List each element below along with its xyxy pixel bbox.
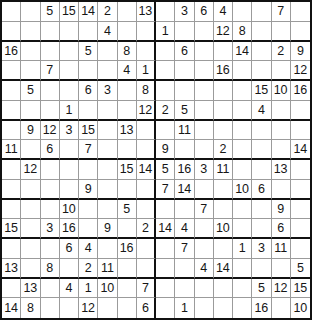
cell-r7c15-empty[interactable] [272, 121, 291, 141]
cell-r2c11-empty[interactable] [195, 22, 214, 42]
cell-r5c3-empty[interactable] [41, 81, 60, 101]
cell-r15c3-empty[interactable] [41, 279, 60, 299]
cell-r3c7-given: 8 [118, 42, 137, 62]
cell-r15c10-empty[interactable] [175, 279, 194, 299]
cell-r9c6-empty[interactable] [98, 160, 117, 180]
cell-r3c12-empty[interactable] [214, 42, 233, 62]
cell-r1c5-given: 14 [79, 2, 98, 22]
cell-r10c5-given: 9 [79, 180, 98, 200]
cell-r13c9-empty[interactable] [156, 239, 175, 259]
cell-r15c16-given: 15 [291, 279, 310, 299]
cell-r13c13-given: 1 [233, 239, 252, 259]
cell-r10c16-empty[interactable] [291, 180, 310, 200]
cell-r11c12-empty[interactable] [214, 200, 233, 220]
cell-r7c3-given: 12 [41, 121, 60, 141]
cell-r3c14-empty[interactable] [252, 42, 271, 62]
cell-r3c8-empty[interactable] [137, 42, 156, 62]
cell-r14c7-empty[interactable] [118, 259, 137, 279]
cell-r8c1-given: 11 [2, 140, 21, 160]
cell-r1c13-empty[interactable] [233, 2, 252, 22]
cell-r6c16-empty[interactable] [291, 101, 310, 121]
cell-r8c12-given: 2 [214, 140, 233, 160]
cell-r5c7-empty[interactable] [118, 81, 137, 101]
cell-r12c13-empty[interactable] [233, 219, 252, 239]
cell-r6c14-given: 4 [252, 101, 271, 121]
cell-r5c2-given: 5 [21, 81, 40, 101]
cell-r2c14-empty[interactable] [252, 22, 271, 42]
cell-r16c7-empty[interactable] [118, 298, 137, 318]
cell-r5c9-empty[interactable] [156, 81, 175, 101]
cell-r15c2-given: 13 [21, 279, 40, 299]
cell-r3c15-given: 2 [272, 42, 291, 62]
cell-r3c1-given: 16 [2, 42, 21, 62]
cell-r5c5-given: 6 [79, 81, 98, 101]
cell-r2c7-empty[interactable] [118, 22, 137, 42]
cell-r7c2-given: 9 [21, 121, 40, 141]
cell-r10c8-empty[interactable] [137, 180, 156, 200]
cell-r12c4-given: 16 [60, 219, 79, 239]
cell-r15c6-given: 10 [98, 279, 117, 299]
cell-r12c14-empty[interactable] [252, 219, 271, 239]
cell-r16c6-empty[interactable] [98, 298, 117, 318]
cell-r4c8-given: 1 [137, 61, 156, 81]
cell-r16c10-given: 1 [175, 298, 194, 318]
cell-r16c4-empty[interactable] [60, 298, 79, 318]
cell-r3c9-empty[interactable] [156, 42, 175, 62]
cell-r2c16-empty[interactable] [291, 22, 310, 42]
cell-r16c3-empty[interactable] [41, 298, 60, 318]
cell-r14c1-given: 13 [2, 259, 21, 279]
cell-r8c16-given: 14 [291, 140, 310, 160]
cell-r5c4-empty[interactable] [60, 81, 79, 101]
cell-r7c14-empty[interactable] [252, 121, 271, 141]
cell-r13c15-given: 11 [272, 239, 291, 259]
cell-r3c5-given: 5 [79, 42, 98, 62]
cell-r14c11-given: 4 [195, 259, 214, 279]
cell-r8c14-empty[interactable] [252, 140, 271, 160]
cell-r11c2-empty[interactable] [21, 200, 40, 220]
cell-r14c14-empty[interactable] [252, 259, 271, 279]
cell-r14c2-empty[interactable] [21, 259, 40, 279]
cell-r1c15-given: 7 [272, 2, 291, 22]
cell-r10c12-empty[interactable] [214, 180, 233, 200]
cell-r16c13-empty[interactable] [233, 298, 252, 318]
cell-r12c11-empty[interactable] [195, 219, 214, 239]
cell-r1c11-given: 6 [195, 2, 214, 22]
cell-r8c11-empty[interactable] [195, 140, 214, 160]
cell-r2c8-empty[interactable] [137, 22, 156, 42]
cell-r15c1-empty[interactable] [2, 279, 21, 299]
cell-r11c3-empty[interactable] [41, 200, 60, 220]
cell-r12c16-empty[interactable] [291, 219, 310, 239]
cell-r5c13-empty[interactable] [233, 81, 252, 101]
cell-r11c16-empty[interactable] [291, 200, 310, 220]
cell-r10c15-empty[interactable] [272, 180, 291, 200]
cell-r12c8-given: 2 [137, 219, 156, 239]
cell-r1c8-given: 13 [137, 2, 156, 22]
cell-r16c9-empty[interactable] [156, 298, 175, 318]
cell-r12c5-empty[interactable] [79, 219, 98, 239]
cell-r7c5-given: 15 [79, 121, 98, 141]
cell-r13c4-given: 6 [60, 239, 79, 259]
cell-r1c3-given: 5 [41, 2, 60, 22]
cell-r9c7-given: 15 [118, 160, 137, 180]
cell-r9c5-empty[interactable] [79, 160, 98, 180]
cell-r3c16-given: 9 [291, 42, 310, 62]
cell-r3c3-empty[interactable] [41, 42, 60, 62]
cell-r7c10-given: 11 [175, 121, 194, 141]
cell-r13c16-empty[interactable] [291, 239, 310, 259]
cell-r9c14-empty[interactable] [252, 160, 271, 180]
cell-r11c10-empty[interactable] [175, 200, 194, 220]
cell-r5c10-empty[interactable] [175, 81, 194, 101]
cell-r11c11-given: 7 [195, 200, 214, 220]
cell-r14c8-empty[interactable] [137, 259, 156, 279]
cell-r12c12-given: 10 [214, 219, 233, 239]
cell-r10c14-given: 6 [252, 180, 271, 200]
cell-r6c10-given: 5 [175, 101, 194, 121]
cell-r16c11-empty[interactable] [195, 298, 214, 318]
cell-r1c7-empty[interactable] [118, 2, 137, 22]
cell-r14c6-given: 11 [98, 259, 117, 279]
cell-r9c2-given: 12 [21, 160, 40, 180]
cell-r14c13-empty[interactable] [233, 259, 252, 279]
cell-r8c3-given: 6 [41, 140, 60, 160]
cell-r8c15-empty[interactable] [272, 140, 291, 160]
cell-r16c15-empty[interactable] [272, 298, 291, 318]
cell-r15c14-given: 5 [252, 279, 271, 299]
cell-r16c14-given: 16 [252, 298, 271, 318]
cell-r13c2-empty[interactable] [21, 239, 40, 259]
cell-r9c12-given: 11 [214, 160, 233, 180]
cell-r2c9-given: 1 [156, 22, 175, 42]
cell-r11c13-empty[interactable] [233, 200, 252, 220]
cell-r6c15-empty[interactable] [272, 101, 291, 121]
cell-r10c1-empty[interactable] [2, 180, 21, 200]
cell-r2c10-empty[interactable] [175, 22, 194, 42]
cell-r15c5-given: 1 [79, 279, 98, 299]
cell-r12c6-given: 9 [98, 219, 117, 239]
cell-r7c6-empty[interactable] [98, 121, 117, 141]
cell-r13c7-given: 16 [118, 239, 137, 259]
cell-r13c14-given: 3 [252, 239, 271, 259]
cell-r10c10-given: 14 [175, 180, 194, 200]
cell-r7c12-empty[interactable] [214, 121, 233, 141]
cell-r15c4-given: 4 [60, 279, 79, 299]
cell-r14c16-given: 5 [291, 259, 310, 279]
cell-r13c8-empty[interactable] [137, 239, 156, 259]
cell-r11c5-empty[interactable] [79, 200, 98, 220]
cell-r6c2-empty[interactable] [21, 101, 40, 121]
cell-r12c10-given: 4 [175, 219, 194, 239]
cell-r4c16-given: 12 [291, 61, 310, 81]
cell-r15c9-empty[interactable] [156, 279, 175, 299]
cell-r15c12-empty[interactable] [214, 279, 233, 299]
cell-r1c2-empty[interactable] [21, 2, 40, 22]
cell-r11c8-empty[interactable] [137, 200, 156, 220]
cell-r9c13-empty[interactable] [233, 160, 252, 180]
cell-r14c3-given: 8 [41, 259, 60, 279]
cell-r15c7-empty[interactable] [118, 279, 137, 299]
cell-r5c15-given: 10 [272, 81, 291, 101]
cell-r6c13-empty[interactable] [233, 101, 252, 121]
cell-r13c1-empty[interactable] [2, 239, 21, 259]
cell-r7c13-empty[interactable] [233, 121, 252, 141]
cell-r5c11-empty[interactable] [195, 81, 214, 101]
cell-r5c12-empty[interactable] [214, 81, 233, 101]
cell-r10c9-given: 7 [156, 180, 175, 200]
cell-r6c5-empty[interactable] [79, 101, 98, 121]
cell-r1c6-given: 2 [98, 2, 117, 22]
cell-r5c6-given: 3 [98, 81, 117, 101]
cell-r7c1-empty[interactable] [2, 121, 21, 141]
cell-r11c14-empty[interactable] [252, 200, 271, 220]
cell-r9c11-given: 3 [195, 160, 214, 180]
cell-r13c6-empty[interactable] [98, 239, 117, 259]
cell-r8c7-empty[interactable] [118, 140, 137, 160]
cell-r2c2-empty[interactable] [21, 22, 40, 42]
cell-r15c15-given: 12 [272, 279, 291, 299]
cell-r14c4-empty[interactable] [60, 259, 79, 279]
cell-r7c9-empty[interactable] [156, 121, 175, 141]
cell-r2c4-empty[interactable] [60, 22, 79, 42]
cell-r1c10-given: 3 [175, 2, 194, 22]
cell-r2c3-empty[interactable] [41, 22, 60, 42]
cell-r7c11-empty[interactable] [195, 121, 214, 141]
cell-r7c7-given: 13 [118, 121, 137, 141]
cell-r12c15-given: 6 [272, 219, 291, 239]
cell-r3c13-given: 14 [233, 42, 252, 62]
cell-r5c14-given: 15 [252, 81, 271, 101]
cell-r4c13-empty[interactable] [233, 61, 252, 81]
cell-r14c12-given: 14 [214, 259, 233, 279]
sudoku-board: 5151421336474112816586142974116125638151… [0, 0, 312, 320]
cell-r10c3-empty[interactable] [41, 180, 60, 200]
cell-r13c5-given: 4 [79, 239, 98, 259]
cell-r4c15-empty[interactable] [272, 61, 291, 81]
cell-r16c2-given: 8 [21, 298, 40, 318]
cell-r13c3-empty[interactable] [41, 239, 60, 259]
cell-r4c4-empty[interactable] [60, 61, 79, 81]
cell-r9c1-empty[interactable] [2, 160, 21, 180]
cell-r16c5-given: 12 [79, 298, 98, 318]
cell-r8c10-empty[interactable] [175, 140, 194, 160]
cell-r5c16-given: 16 [291, 81, 310, 101]
cell-r6c3-empty[interactable] [41, 101, 60, 121]
cell-r2c13-given: 8 [233, 22, 252, 42]
cell-r2c15-empty[interactable] [272, 22, 291, 42]
cell-r1c4-given: 15 [60, 2, 79, 22]
cell-r9c15-given: 13 [272, 160, 291, 180]
cell-r16c1-given: 14 [2, 298, 21, 318]
cell-r2c5-empty[interactable] [79, 22, 98, 42]
cell-r6c8-given: 12 [137, 101, 156, 121]
cell-r4c12-given: 16 [214, 61, 233, 81]
cell-r4c10-empty[interactable] [175, 61, 194, 81]
cell-r8c2-empty[interactable] [21, 140, 40, 160]
cell-r8c5-given: 7 [79, 140, 98, 160]
cell-r3c10-given: 6 [175, 42, 194, 62]
cell-r14c5-given: 2 [79, 259, 98, 279]
cell-r14c15-empty[interactable] [272, 259, 291, 279]
cell-r3c11-empty[interactable] [195, 42, 214, 62]
cell-r4c9-empty[interactable] [156, 61, 175, 81]
cell-r4c3-given: 7 [41, 61, 60, 81]
cell-r1c16-empty[interactable] [291, 2, 310, 22]
cell-r10c13-given: 10 [233, 180, 252, 200]
cell-r5c1-empty[interactable] [2, 81, 21, 101]
cell-r9c10-given: 16 [175, 160, 194, 180]
cell-r15c13-empty[interactable] [233, 279, 252, 299]
cell-r6c6-empty[interactable] [98, 101, 117, 121]
cell-r8c9-given: 9 [156, 140, 175, 160]
cell-r11c15-given: 9 [272, 200, 291, 220]
cell-r11c1-empty[interactable] [2, 200, 21, 220]
cell-r1c14-empty[interactable] [252, 2, 271, 22]
cell-r14c10-empty[interactable] [175, 259, 194, 279]
cell-r8c13-empty[interactable] [233, 140, 252, 160]
cell-r8c8-empty[interactable] [137, 140, 156, 160]
cell-r6c7-empty[interactable] [118, 101, 137, 121]
cell-r12c9-given: 14 [156, 219, 175, 239]
cell-r12c7-empty[interactable] [118, 219, 137, 239]
cell-r10c4-empty[interactable] [60, 180, 79, 200]
cell-r12c3-given: 3 [41, 219, 60, 239]
cell-r9c9-given: 5 [156, 160, 175, 180]
cell-r4c11-empty[interactable] [195, 61, 214, 81]
cell-r7c8-empty[interactable] [137, 121, 156, 141]
cell-r3c6-empty[interactable] [98, 42, 117, 62]
cell-r9c4-empty[interactable] [60, 160, 79, 180]
cell-r9c3-empty[interactable] [41, 160, 60, 180]
cell-r4c14-empty[interactable] [252, 61, 271, 81]
cell-r3c2-empty[interactable] [21, 42, 40, 62]
cell-r12c2-empty[interactable] [21, 219, 40, 239]
cell-r11c6-empty[interactable] [98, 200, 117, 220]
cell-r15c11-empty[interactable] [195, 279, 214, 299]
cell-r1c9-empty[interactable] [156, 2, 175, 22]
cell-r2c12-given: 12 [214, 22, 233, 42]
cell-r9c8-given: 14 [137, 160, 156, 180]
cell-r6c11-empty[interactable] [195, 101, 214, 121]
cell-r10c6-empty[interactable] [98, 180, 117, 200]
cell-r12c1-given: 15 [2, 219, 21, 239]
cell-r4c5-empty[interactable] [79, 61, 98, 81]
cell-r8c4-empty[interactable] [60, 140, 79, 160]
cell-r13c10-given: 7 [175, 239, 194, 259]
cell-r11c7-given: 5 [118, 200, 137, 220]
cell-r7c4-given: 3 [60, 121, 79, 141]
cell-r10c7-empty[interactable] [118, 180, 137, 200]
cell-r10c11-empty[interactable] [195, 180, 214, 200]
cell-r15c8-given: 7 [137, 279, 156, 299]
cell-r14c9-empty[interactable] [156, 259, 175, 279]
cell-r16c8-given: 6 [137, 298, 156, 318]
cell-r5c8-given: 8 [137, 81, 156, 101]
cell-r6c1-empty[interactable] [2, 101, 21, 121]
cell-r13c11-empty[interactable] [195, 239, 214, 259]
cell-r16c12-empty[interactable] [214, 298, 233, 318]
cell-r11c9-empty[interactable] [156, 200, 175, 220]
cell-r11c4-given: 10 [60, 200, 79, 220]
cell-r4c6-empty[interactable] [98, 61, 117, 81]
cell-r13c12-empty[interactable] [214, 239, 233, 259]
cell-r4c1-empty[interactable] [2, 61, 21, 81]
cell-r1c1-empty[interactable] [2, 2, 21, 22]
cell-r6c9-given: 2 [156, 101, 175, 121]
cell-r6c4-given: 1 [60, 101, 79, 121]
cell-r1c12-given: 4 [214, 2, 233, 22]
cell-r16c16-given: 10 [291, 298, 310, 318]
cell-r2c6-given: 4 [98, 22, 117, 42]
cell-r6c12-empty[interactable] [214, 101, 233, 121]
cell-r8c6-empty[interactable] [98, 140, 117, 160]
cell-r3c4-empty[interactable] [60, 42, 79, 62]
cell-r4c7-given: 4 [118, 61, 137, 81]
cell-r9c16-empty[interactable] [291, 160, 310, 180]
cell-r10c2-empty[interactable] [21, 180, 40, 200]
cell-r7c16-empty[interactable] [291, 121, 310, 141]
cell-r4c2-empty[interactable] [21, 61, 40, 81]
cell-r2c1-empty[interactable] [2, 22, 21, 42]
